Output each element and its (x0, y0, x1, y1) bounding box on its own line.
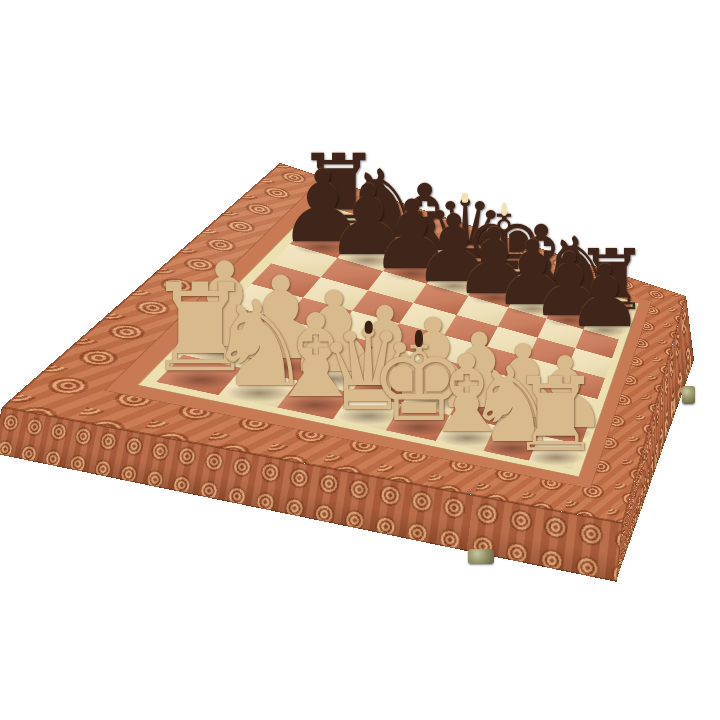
piece-glyph: ♜ (510, 368, 601, 465)
piece-glyph: ♟ (566, 256, 643, 337)
brass-front-latch (468, 549, 494, 564)
brass-right-latch (682, 386, 695, 404)
white-rook-h1[interactable]: ♜ (510, 368, 601, 465)
page: { "game": { "name": "chess", "descriptio… (0, 0, 720, 720)
chess-set-photo: ♜♞♝♛♚♝♞♜♟♟♟♟♟♟♟♟♟♟♟♟♟♟♟♟♜♞♝♛♚♝♞♜ (0, 0, 700, 720)
black-pawn-h7[interactable]: ♟ (566, 256, 643, 337)
